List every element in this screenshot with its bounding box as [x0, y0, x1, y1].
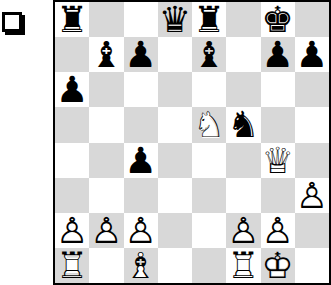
square-b7[interactable]: ♝ [89, 37, 123, 72]
white-pawn[interactable]: ♟♙ [227, 213, 259, 248]
black-queen[interactable]: ♛ [159, 2, 191, 37]
square-e7[interactable]: ♝ [192, 37, 226, 72]
square-e5[interactable]: ♞♘ [192, 107, 226, 142]
square-e4[interactable] [192, 143, 226, 178]
white-pawn[interactable]: ♟♙ [124, 213, 156, 248]
black-pawn[interactable]: ♟ [124, 37, 156, 72]
white-pawn-glyph: ♙ [227, 213, 259, 248]
square-b1[interactable] [89, 248, 123, 283]
square-d8[interactable]: ♛ [158, 2, 192, 37]
square-g3[interactable] [261, 178, 295, 213]
square-d3[interactable] [158, 178, 192, 213]
square-e2[interactable] [192, 213, 226, 248]
square-d1[interactable] [158, 248, 192, 283]
square-h7[interactable]: ♟ [295, 37, 329, 72]
white-knight-glyph: ♘ [193, 107, 225, 142]
black-pawn[interactable]: ♟ [296, 37, 328, 72]
white-pawn[interactable]: ♟♙ [261, 213, 293, 248]
black-rook[interactable]: ♜ [56, 2, 88, 37]
square-a6[interactable]: ♟ [55, 72, 89, 107]
white-king-glyph: ♔ [261, 248, 293, 283]
square-a2[interactable]: ♟♙ [55, 213, 89, 248]
square-e3[interactable] [192, 178, 226, 213]
black-pawn[interactable]: ♟ [261, 37, 293, 72]
square-a5[interactable] [55, 107, 89, 142]
square-d2[interactable] [158, 213, 192, 248]
square-d5[interactable] [158, 107, 192, 142]
white-rook[interactable]: ♜♖ [227, 248, 259, 283]
square-f5[interactable]: ♞ [226, 107, 260, 142]
white-to-move-indicator [2, 12, 22, 32]
square-e8[interactable]: ♜ [192, 2, 226, 37]
white-queen-glyph: ♕ [261, 143, 293, 178]
square-f2[interactable]: ♟♙ [226, 213, 260, 248]
square-e6[interactable] [192, 72, 226, 107]
square-h4[interactable] [295, 143, 329, 178]
black-pawn-glyph: ♟ [261, 37, 293, 72]
white-queen[interactable]: ♛♕ [261, 143, 293, 178]
square-c8[interactable] [124, 2, 158, 37]
square-a1[interactable]: ♜♖ [55, 248, 89, 283]
black-pawn[interactable]: ♟ [124, 143, 156, 178]
square-e1[interactable] [192, 248, 226, 283]
square-b5[interactable] [89, 107, 123, 142]
black-pawn-glyph: ♟ [56, 72, 88, 107]
square-d7[interactable] [158, 37, 192, 72]
white-knight[interactable]: ♞♘ [193, 107, 225, 142]
square-f4[interactable] [226, 143, 260, 178]
black-pawn-glyph: ♟ [124, 143, 156, 178]
square-a3[interactable] [55, 178, 89, 213]
black-bishop-glyph: ♝ [90, 37, 122, 72]
square-g4[interactable]: ♛♕ [261, 143, 295, 178]
black-knight-glyph: ♞ [227, 107, 259, 142]
square-d6[interactable] [158, 72, 192, 107]
square-c1[interactable]: ♝♗ [124, 248, 158, 283]
white-bishop[interactable]: ♝♗ [124, 248, 156, 283]
white-rook-glyph: ♖ [227, 248, 259, 283]
square-g8[interactable]: ♚ [261, 2, 295, 37]
square-h5[interactable] [295, 107, 329, 142]
white-rook[interactable]: ♜♖ [56, 248, 88, 283]
white-pawn-glyph: ♙ [261, 213, 293, 248]
chess-diagram: ♜♛♜♚♝♟♝♟♟♟♞♘♞♟♛♕♟♙♟♙♟♙♟♙♟♙♟♙♜♖♝♗♜♖♚♔ [0, 0, 331, 285]
square-f7[interactable] [226, 37, 260, 72]
square-a4[interactable] [55, 143, 89, 178]
square-g2[interactable]: ♟♙ [261, 213, 295, 248]
square-f1[interactable]: ♜♖ [226, 248, 260, 283]
square-h6[interactable] [295, 72, 329, 107]
white-pawn-glyph: ♙ [56, 213, 88, 248]
square-g6[interactable] [261, 72, 295, 107]
chess-board: ♜♛♜♚♝♟♝♟♟♟♞♘♞♟♛♕♟♙♟♙♟♙♟♙♟♙♟♙♜♖♝♗♜♖♚♔ [53, 0, 331, 285]
white-pawn-glyph: ♙ [296, 178, 328, 213]
black-pawn-glyph: ♟ [296, 37, 328, 72]
white-bishop-glyph: ♗ [124, 248, 156, 283]
black-rook-glyph: ♜ [193, 2, 225, 37]
white-king[interactable]: ♚♔ [261, 248, 293, 283]
white-pawn-glyph: ♙ [124, 213, 156, 248]
square-d4[interactable] [158, 143, 192, 178]
square-a8[interactable]: ♜ [55, 2, 89, 37]
square-f8[interactable] [226, 2, 260, 37]
square-b3[interactable] [89, 178, 123, 213]
black-pawn-glyph: ♟ [124, 37, 156, 72]
white-pawn-glyph: ♙ [90, 213, 122, 248]
square-c4[interactable]: ♟ [124, 143, 158, 178]
square-g7[interactable]: ♟ [261, 37, 295, 72]
square-h8[interactable] [295, 2, 329, 37]
black-bishop[interactable]: ♝ [90, 37, 122, 72]
black-rook-glyph: ♜ [56, 2, 88, 37]
square-g5[interactable] [261, 107, 295, 142]
black-pawn[interactable]: ♟ [56, 72, 88, 107]
black-king-glyph: ♚ [261, 2, 293, 37]
square-g1[interactable]: ♚♔ [261, 248, 295, 283]
square-c5[interactable] [124, 107, 158, 142]
square-f3[interactable] [226, 178, 260, 213]
square-c3[interactable] [124, 178, 158, 213]
black-rook[interactable]: ♜ [193, 2, 225, 37]
square-a7[interactable] [55, 37, 89, 72]
black-queen-glyph: ♛ [159, 2, 191, 37]
square-b4[interactable] [89, 143, 123, 178]
square-c2[interactable]: ♟♙ [124, 213, 158, 248]
white-pawn[interactable]: ♟♙ [56, 213, 88, 248]
black-bishop-glyph: ♝ [193, 37, 225, 72]
square-b2[interactable]: ♟♙ [89, 213, 123, 248]
black-knight[interactable]: ♞ [227, 107, 259, 142]
square-h3[interactable]: ♟♙ [295, 178, 329, 213]
black-bishop[interactable]: ♝ [193, 37, 225, 72]
square-b8[interactable] [89, 2, 123, 37]
black-king[interactable]: ♚ [261, 2, 293, 37]
square-h1[interactable] [295, 248, 329, 283]
square-c7[interactable]: ♟ [124, 37, 158, 72]
square-h2[interactable] [295, 213, 329, 248]
white-pawn[interactable]: ♟♙ [90, 213, 122, 248]
white-rook-glyph: ♖ [56, 248, 88, 283]
square-c6[interactable] [124, 72, 158, 107]
white-pawn[interactable]: ♟♙ [296, 178, 328, 213]
square-f6[interactable] [226, 72, 260, 107]
square-b6[interactable] [89, 72, 123, 107]
